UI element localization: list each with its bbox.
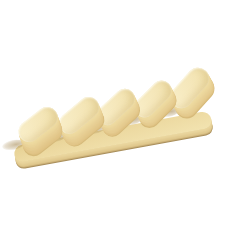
peg-5 [166, 63, 214, 113]
product-photo [0, 0, 230, 230]
display-stand [0, 0, 230, 230]
